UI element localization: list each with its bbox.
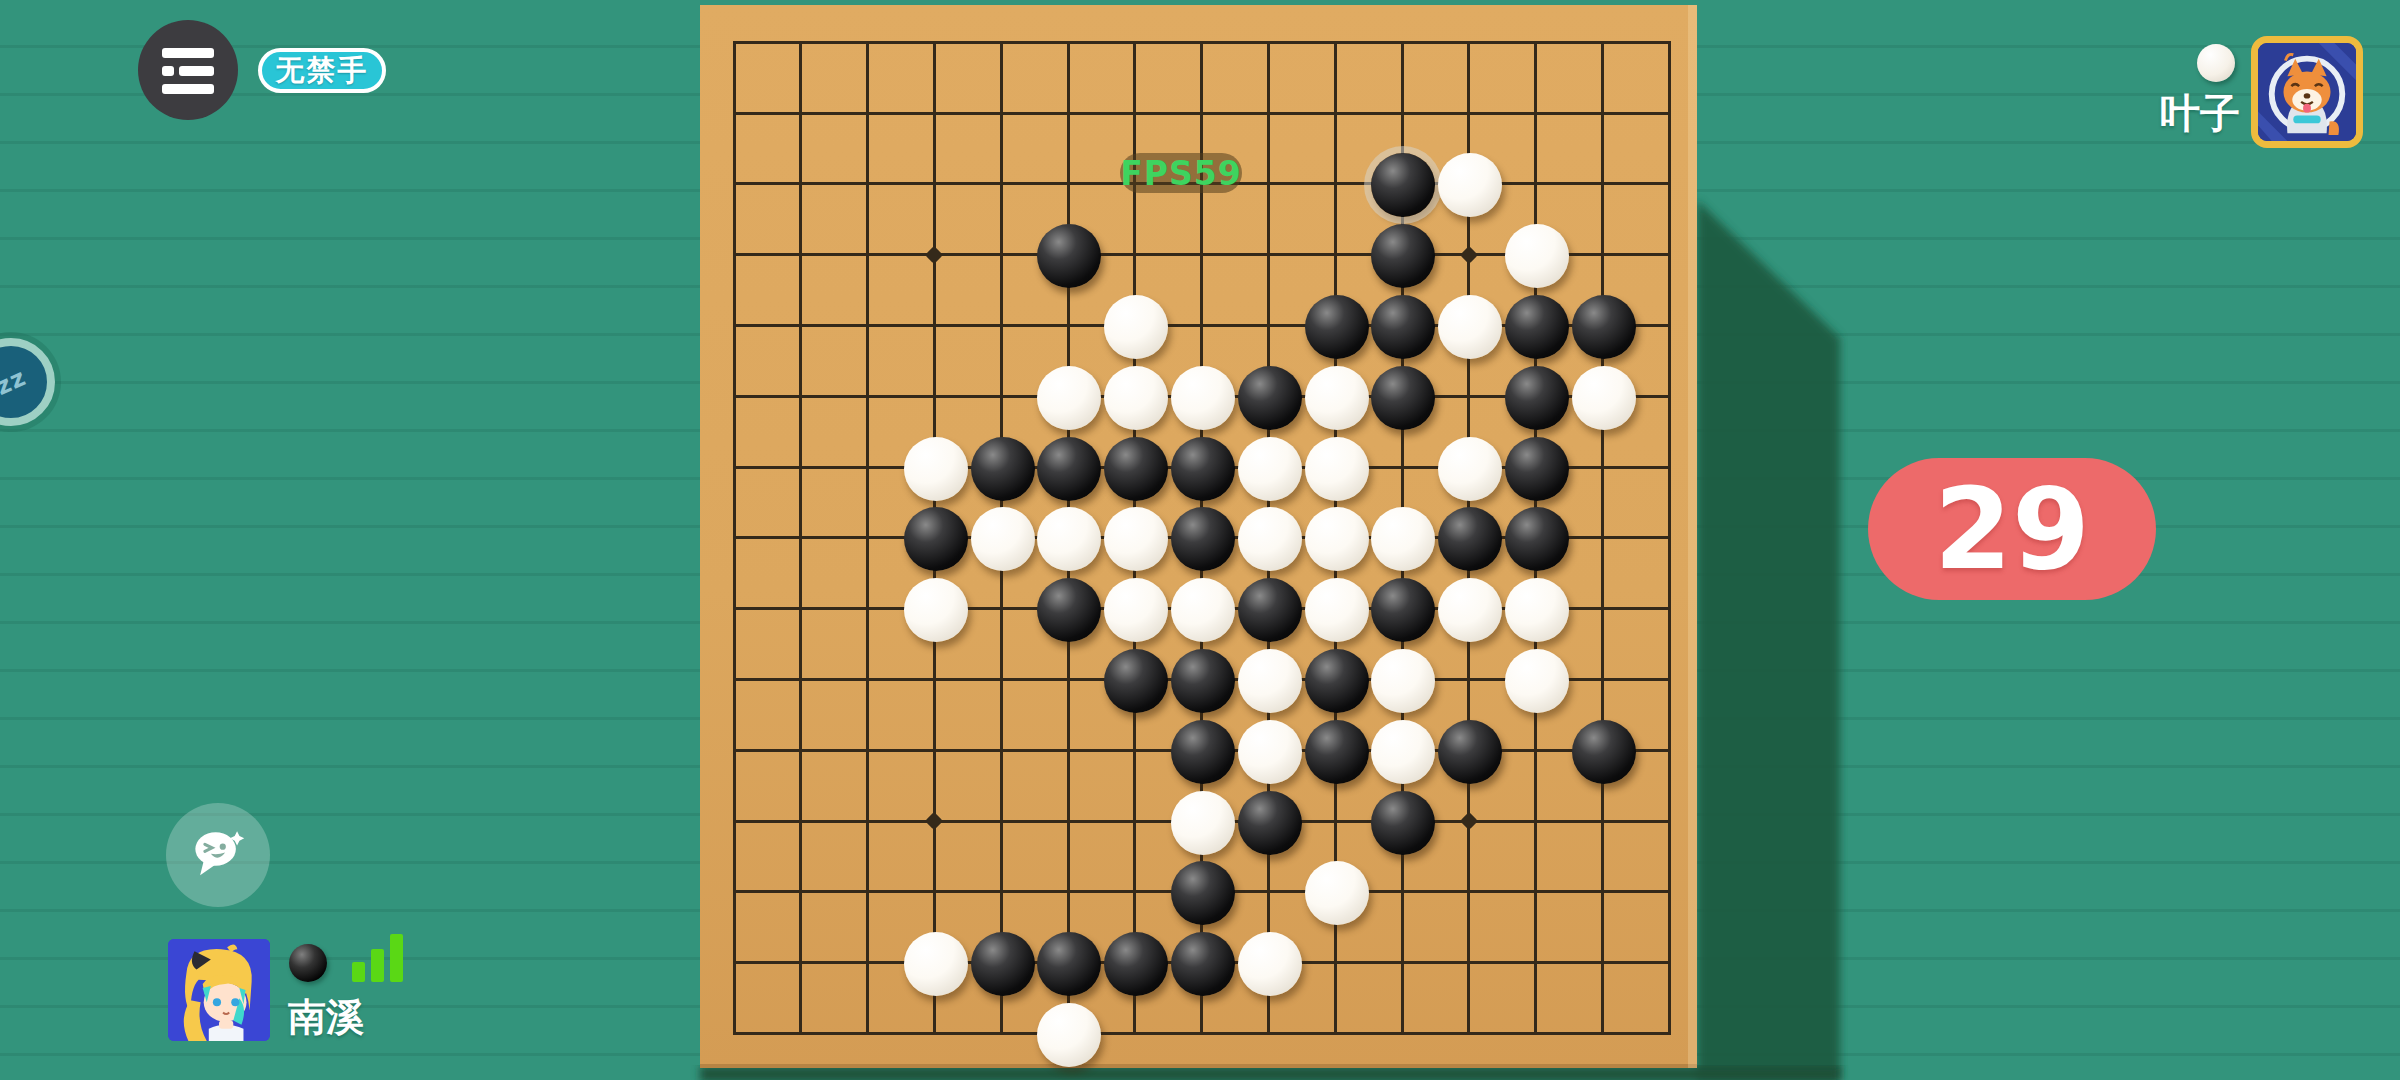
white-stone xyxy=(1238,437,1302,501)
black-stone xyxy=(1104,932,1168,996)
white-stone xyxy=(1572,366,1636,430)
white-stone xyxy=(1104,507,1168,571)
white-stone xyxy=(1371,720,1435,784)
white-stone xyxy=(1171,578,1235,642)
black-stone xyxy=(1238,791,1302,855)
black-stone xyxy=(1371,578,1435,642)
shiba-astronaut-avatar-image xyxy=(2258,43,2356,141)
white-stone xyxy=(1238,649,1302,713)
black-stone xyxy=(1572,720,1636,784)
black-stone xyxy=(1371,791,1435,855)
white-stone xyxy=(1305,578,1369,642)
white-stone xyxy=(1438,153,1502,217)
black-stone xyxy=(1037,932,1101,996)
black-stone xyxy=(1037,437,1101,501)
chat-bubble-icon xyxy=(187,824,249,886)
timer-value: 29 xyxy=(1934,464,2090,594)
black-stone xyxy=(1572,295,1636,359)
black-stone xyxy=(1438,720,1502,784)
black-stone xyxy=(1104,649,1168,713)
black-stone xyxy=(1037,578,1101,642)
white-stone xyxy=(1305,437,1369,501)
black-stone xyxy=(1171,649,1235,713)
black-stone xyxy=(1438,507,1502,571)
black-stone xyxy=(1305,720,1369,784)
black-stone xyxy=(1037,224,1101,288)
white-stone xyxy=(1305,366,1369,430)
white-stone xyxy=(1104,366,1168,430)
white-stone xyxy=(1438,295,1502,359)
white-stone xyxy=(1238,720,1302,784)
black-stone xyxy=(1505,507,1569,571)
black-stone xyxy=(971,932,1035,996)
white-stone xyxy=(1171,366,1235,430)
rule-badge-label: 无禁手 xyxy=(276,51,369,91)
white-stone xyxy=(1505,578,1569,642)
white-stone xyxy=(1037,366,1101,430)
hamburger-icon xyxy=(162,48,214,58)
black-stone xyxy=(1305,295,1369,359)
black-stone xyxy=(1171,932,1235,996)
black-stone xyxy=(971,437,1035,501)
fps-label: FPS59 xyxy=(1120,154,1241,193)
white-stone-indicator xyxy=(2197,44,2235,82)
black-stone xyxy=(1171,507,1235,571)
white-stone xyxy=(1505,224,1569,288)
white-stone xyxy=(1305,507,1369,571)
white-stone xyxy=(1171,791,1235,855)
white-stone xyxy=(1305,861,1369,925)
black-stone xyxy=(1171,861,1235,925)
opponent-name: 叶子 xyxy=(2150,86,2240,141)
black-stone xyxy=(1171,437,1235,501)
white-stone xyxy=(1371,507,1435,571)
white-stone xyxy=(1104,295,1168,359)
black-stone xyxy=(1305,649,1369,713)
menu-button[interactable] xyxy=(138,20,238,120)
white-stone xyxy=(904,578,968,642)
black-stone xyxy=(1505,295,1569,359)
away-zz-text: zz xyxy=(0,363,30,401)
black-stone xyxy=(1238,578,1302,642)
connection-signal-icon xyxy=(352,934,408,982)
white-stone xyxy=(904,932,968,996)
white-stone xyxy=(1238,507,1302,571)
blonde-girl-avatar-image xyxy=(168,939,270,1041)
white-stone xyxy=(1037,507,1101,571)
black-stone xyxy=(1505,437,1569,501)
white-stone xyxy=(1104,578,1168,642)
black-stone xyxy=(1104,437,1168,501)
opponent-avatar[interactable] xyxy=(2251,36,2363,148)
white-stone xyxy=(1438,437,1502,501)
black-stone xyxy=(1371,295,1435,359)
move-timer: 29 xyxy=(1868,458,2156,600)
white-stone xyxy=(1505,649,1569,713)
black-stone xyxy=(1171,720,1235,784)
self-name: 南溪 xyxy=(288,992,364,1043)
black-stone xyxy=(1371,153,1435,217)
black-stone xyxy=(1505,366,1569,430)
white-stone xyxy=(1037,1003,1101,1067)
black-stone xyxy=(1371,366,1435,430)
self-avatar[interactable] xyxy=(168,939,270,1041)
fps-counter: FPS59 xyxy=(1120,153,1242,193)
rule-badge: 无禁手 xyxy=(258,48,386,93)
white-stone xyxy=(971,507,1035,571)
black-stone-indicator xyxy=(289,944,327,982)
white-stone xyxy=(1238,932,1302,996)
white-stone xyxy=(1371,649,1435,713)
black-stone xyxy=(904,507,968,571)
black-stone xyxy=(1238,366,1302,430)
black-stone xyxy=(1371,224,1435,288)
white-stone xyxy=(904,437,968,501)
white-stone xyxy=(1438,578,1502,642)
chat-button[interactable] xyxy=(166,803,270,907)
